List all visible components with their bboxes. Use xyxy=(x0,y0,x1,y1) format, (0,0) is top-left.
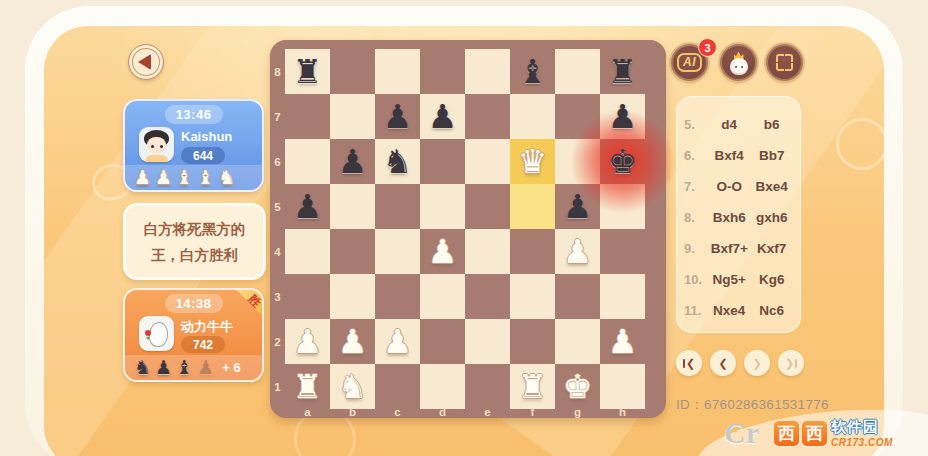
chess-board: 87654321 abcdefgh ♜♝♜♟♟♟♟♞♛♚♟♟♟♟♟♟♟♟♜♞♜♚ xyxy=(270,40,666,418)
white-move[interactable]: Nxe4 xyxy=(708,303,751,318)
piece-wp-g4: ♟ xyxy=(555,229,600,274)
square-d2[interactable] xyxy=(420,319,465,364)
site-watermark: Cr 西 西 软件园 CR173.COM xyxy=(718,404,928,456)
square-d6[interactable] xyxy=(420,139,465,184)
captured-wb-icon: ♝ xyxy=(197,168,214,187)
square-g8[interactable] xyxy=(555,49,600,94)
rank-label-4: 4 xyxy=(270,229,285,274)
piece-br-a8: ♜ xyxy=(285,49,330,94)
square-e8[interactable] xyxy=(465,49,510,94)
piece-bb-f8: ♝ xyxy=(510,49,555,94)
piece-wn-b1: ♞ xyxy=(330,364,375,409)
winner-ribbon-label: 胜 xyxy=(244,291,264,312)
white-player-avatar[interactable] xyxy=(139,316,174,351)
move-row-5[interactable]: 5.d4b6 xyxy=(676,109,801,140)
piece-bp-g5: ♟ xyxy=(555,184,600,229)
piece-wp-b2: ♟ xyxy=(330,319,375,364)
rank-label-5: 5 xyxy=(270,184,285,229)
square-e3[interactable] xyxy=(465,274,510,319)
square-a6[interactable] xyxy=(285,139,330,184)
square-e6[interactable] xyxy=(465,139,510,184)
board-grid: ♜♝♜♟♟♟♟♞♛♚♟♟♟♟♟♟♟♟♜♞♜♚ xyxy=(285,49,645,409)
move-row-7[interactable]: 7.O-OBxe4 xyxy=(676,171,801,202)
square-c8[interactable] xyxy=(375,49,420,94)
square-a8[interactable]: ♜ xyxy=(285,49,330,94)
square-h4[interactable] xyxy=(600,229,645,274)
white-move[interactable]: O-O xyxy=(708,179,751,194)
square-h2[interactable]: ♟ xyxy=(600,319,645,364)
square-c5[interactable] xyxy=(375,184,420,229)
square-d4[interactable]: ♟ xyxy=(420,229,465,274)
piece-bp-a5: ♟ xyxy=(285,184,330,229)
square-a5[interactable]: ♟ xyxy=(285,184,330,229)
avatar-flower xyxy=(145,330,151,336)
material-advantage: + 6 xyxy=(222,360,240,375)
cloud-decoration xyxy=(836,118,884,170)
square-c2[interactable]: ♟ xyxy=(375,319,420,364)
first-icon: ❮ xyxy=(686,357,695,370)
ghost-captured-bp-icon: ♟ xyxy=(197,358,214,377)
captured-wp-icon: ♟ xyxy=(134,168,151,187)
white-clock: 14:38 xyxy=(165,294,223,313)
square-f8[interactable]: ♝ xyxy=(510,49,555,94)
watermark-logo: Cr xyxy=(724,416,759,450)
move-row-9[interactable]: 9.Bxf7+Kxf7 xyxy=(676,233,801,264)
square-f6[interactable]: ♛ xyxy=(510,139,555,184)
piece-bp-d7: ♟ xyxy=(420,94,465,139)
rank-label-8: 8 xyxy=(270,49,285,94)
square-f1[interactable]: ♜ xyxy=(510,364,555,409)
square-d7[interactable]: ♟ xyxy=(420,94,465,139)
square-f5[interactable] xyxy=(510,184,555,229)
back-arrow-icon xyxy=(138,54,151,70)
piece-wp-c2: ♟ xyxy=(375,319,420,364)
avatar-figure xyxy=(148,321,170,348)
rank-label-1: 1 xyxy=(270,364,285,409)
move-number: 9. xyxy=(684,241,708,256)
piece-bn-c6: ♞ xyxy=(375,139,420,184)
square-h8[interactable]: ♜ xyxy=(600,49,645,94)
watermark-site-name: 软件园 xyxy=(831,418,893,437)
square-c1[interactable] xyxy=(375,364,420,409)
square-e2[interactable] xyxy=(465,319,510,364)
square-c7[interactable]: ♟ xyxy=(375,94,420,139)
square-b4[interactable] xyxy=(330,229,375,274)
black-clock: 13:46 xyxy=(165,105,223,124)
last-move-button[interactable]: ❯ xyxy=(778,350,804,376)
black-player-name: Kaishun xyxy=(181,129,232,144)
first-move-button[interactable]: ❮ xyxy=(676,350,702,376)
move-row-8[interactable]: 8.Bxh6gxh6 xyxy=(676,202,801,233)
black-player-avatar[interactable] xyxy=(139,127,174,162)
white-move[interactable]: Bxh6 xyxy=(708,210,751,225)
piece-wk-g1: ♚ xyxy=(555,364,600,409)
fullscreen-button[interactable] xyxy=(766,44,803,81)
move-number: 8. xyxy=(684,210,708,225)
stop-bar-icon xyxy=(683,359,685,368)
square-b6[interactable]: ♟ xyxy=(330,139,375,184)
move-row-11[interactable]: 11.Nxe4Nc6 xyxy=(676,295,801,326)
square-g5[interactable]: ♟ xyxy=(555,184,600,229)
white-move[interactable]: d4 xyxy=(708,117,751,132)
piece-wr-a1: ♜ xyxy=(285,364,330,409)
move-navigation: ❮❮❯❯ xyxy=(676,350,804,376)
square-b3[interactable] xyxy=(330,274,375,319)
captured-bp-icon: ♟ xyxy=(155,358,172,377)
move-number: 10. xyxy=(684,272,708,287)
square-g3[interactable] xyxy=(555,274,600,319)
piece-wr-f1: ♜ xyxy=(510,364,555,409)
black-move[interactable]: gxh6 xyxy=(751,210,794,225)
player-card-white: 胜 14:38 动力牛牛 742 ♞♟♝♟+ 6 xyxy=(123,288,264,382)
next-icon: ❯ xyxy=(752,357,761,370)
square-c4[interactable] xyxy=(375,229,420,274)
square-g6[interactable] xyxy=(555,139,600,184)
square-a7[interactable] xyxy=(285,94,330,139)
square-a4[interactable] xyxy=(285,229,330,274)
black-move[interactable]: Nc6 xyxy=(751,303,794,318)
square-h1[interactable] xyxy=(600,364,645,409)
square-d8[interactable] xyxy=(420,49,465,94)
piece-bp-h7: ♟ xyxy=(600,94,645,139)
black-move[interactable]: Kg6 xyxy=(751,272,794,287)
white-move[interactable]: Ng5+ xyxy=(708,272,751,287)
game-result-message: 白方将死黑方的 王，白方胜利 xyxy=(123,203,266,280)
square-d5[interactable] xyxy=(420,184,465,229)
square-b1[interactable]: ♞ xyxy=(330,364,375,409)
square-c3[interactable] xyxy=(375,274,420,319)
chess-character-icon xyxy=(728,51,750,75)
black-captured-pieces: ♟♟♝♝♞ xyxy=(125,165,262,190)
rank-labels: 87654321 xyxy=(270,49,285,409)
piece-wq-f6: ♛ xyxy=(510,139,555,184)
square-f2[interactable] xyxy=(510,319,555,364)
fullscreen-icon xyxy=(776,54,793,71)
watermark-char: 西 xyxy=(774,421,799,446)
square-e4[interactable] xyxy=(465,229,510,274)
prev-move-button[interactable]: ❮ xyxy=(710,350,736,376)
captured-wb-icon: ♝ xyxy=(176,168,193,187)
black-player-rating: 644 xyxy=(181,147,225,164)
square-h3[interactable] xyxy=(600,274,645,319)
square-e1[interactable] xyxy=(465,364,510,409)
square-d1[interactable] xyxy=(420,364,465,409)
white-captured-pieces: ♞♟♝♟+ 6 xyxy=(125,355,262,380)
white-move[interactable]: Bxf7+ xyxy=(708,241,751,256)
piece-bp-b6: ♟ xyxy=(330,139,375,184)
square-h5[interactable] xyxy=(600,184,645,229)
black-move[interactable]: Kxf7 xyxy=(751,241,794,256)
square-h7[interactable]: ♟ xyxy=(600,94,645,139)
move-number: 7. xyxy=(684,179,708,194)
move-row-12[interactable]: 12.Qg4+Qg5 xyxy=(676,326,801,333)
piece-wp-d4: ♟ xyxy=(420,229,465,274)
move-row-10[interactable]: 10.Ng5+Kg6 xyxy=(676,264,801,295)
captured-bn-icon: ♞ xyxy=(134,358,151,377)
square-e5[interactable] xyxy=(465,184,510,229)
rank-label-6: 6 xyxy=(270,139,285,184)
captured-wp-icon: ♟ xyxy=(155,168,172,187)
square-a2[interactable]: ♟ xyxy=(285,319,330,364)
rank-label-7: 7 xyxy=(270,94,285,139)
next-move-button[interactable]: ❯ xyxy=(744,350,770,376)
square-g4[interactable]: ♟ xyxy=(555,229,600,274)
ai-count-badge: 3 xyxy=(698,38,717,57)
square-b5[interactable] xyxy=(330,184,375,229)
black-move[interactable]: b6 xyxy=(751,117,794,132)
captured-wn-icon: ♞ xyxy=(218,168,235,187)
white-player-name: 动力牛牛 xyxy=(181,318,233,336)
watermark-char: 西 xyxy=(802,421,827,446)
piece-wp-a2: ♟ xyxy=(285,319,330,364)
square-d3[interactable] xyxy=(420,274,465,319)
square-g1[interactable]: ♚ xyxy=(555,364,600,409)
square-a3[interactable] xyxy=(285,274,330,319)
white-player-rating: 742 xyxy=(181,336,225,353)
move-number: 5. xyxy=(684,117,708,132)
square-b7[interactable] xyxy=(330,94,375,139)
square-h6[interactable]: ♚ xyxy=(600,139,645,184)
piece-style-button[interactable] xyxy=(720,44,757,81)
ai-icon: AI xyxy=(677,53,702,72)
square-f7[interactable] xyxy=(510,94,555,139)
move-number: 11. xyxy=(684,303,708,318)
black-move[interactable]: Bxe4 xyxy=(751,179,794,194)
rank-label-3: 3 xyxy=(270,274,285,319)
white-move[interactable]: Bxf4 xyxy=(708,148,751,163)
square-e7[interactable] xyxy=(465,94,510,139)
prev-icon: ❮ xyxy=(718,357,727,370)
move-row-6[interactable]: 6.Bxf4Bb7 xyxy=(676,140,801,171)
watermark-url: CR173.COM xyxy=(831,437,893,448)
black-move[interactable]: Bb7 xyxy=(751,148,794,163)
square-g7[interactable] xyxy=(555,94,600,139)
captured-bb-icon: ♝ xyxy=(176,358,193,377)
square-b8[interactable] xyxy=(330,49,375,94)
avatar-face xyxy=(147,137,166,154)
piece-wp-h2: ♟ xyxy=(600,319,645,364)
result-line-1: 白方将死黑方的 xyxy=(144,216,246,242)
piece-bk-h6: ♚ xyxy=(600,139,645,184)
move-number: 6. xyxy=(684,148,708,163)
square-g2[interactable] xyxy=(555,319,600,364)
last-icon: ❯ xyxy=(785,357,794,370)
rank-label-2: 2 xyxy=(270,319,285,364)
result-line-2: 王，白方胜利 xyxy=(151,242,238,268)
square-f3[interactable] xyxy=(510,274,555,319)
square-a1[interactable]: ♜ xyxy=(285,364,330,409)
move-list-panel: 5.d4b66.Bxf4Bb77.O-OBxe48.Bxh6gxh69.Bxf7… xyxy=(676,96,801,333)
square-b2[interactable]: ♟ xyxy=(330,319,375,364)
player-card-black: 13:46 Kaishun 644 ♟♟♝♝♞ xyxy=(123,99,264,192)
piece-bp-c7: ♟ xyxy=(375,94,420,139)
stop-bar-icon xyxy=(795,359,797,368)
winner-ribbon: 胜 xyxy=(228,288,264,324)
piece-br-h8: ♜ xyxy=(600,49,645,94)
back-button[interactable] xyxy=(128,44,164,80)
square-c6[interactable]: ♞ xyxy=(375,139,420,184)
square-f4[interactable] xyxy=(510,229,555,274)
